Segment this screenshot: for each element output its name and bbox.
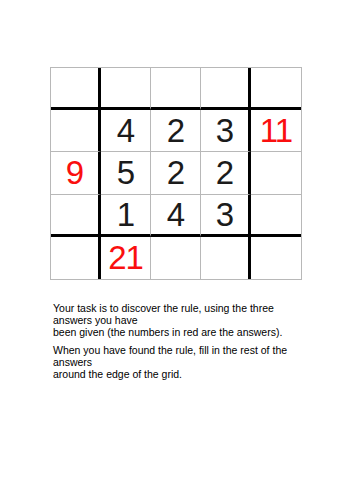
grid-cell-r1c5: [251, 68, 301, 110]
grid-cell-r3c3: 2: [151, 152, 201, 194]
grid-cell-r3c2: 5: [101, 152, 151, 194]
grid-cell-r4c2: 1: [101, 195, 151, 237]
grid-cell-r2c4: 3: [201, 110, 251, 152]
grid-cell-r2c3: 2: [151, 110, 201, 152]
instruction-line-2: been given (the numbers in red are the a…: [53, 326, 282, 338]
instruction-line-3: When you have found the rule, fill in th…: [53, 344, 287, 368]
grid-cell-r2c1: [51, 110, 101, 152]
worksheet-page: 42311952214321 Your task is to discover …: [0, 0, 354, 500]
grid-cell-r2c5: 11: [251, 110, 301, 152]
grid-cell-r3c4: 2: [201, 152, 251, 194]
grid-cell-r1c4: [201, 68, 251, 110]
grid-cell-r4c5: [251, 195, 301, 237]
grid-cell-r5c5: [251, 237, 301, 279]
grid-cell-r5c4: [201, 237, 251, 279]
grid-cell-r3c1: 9: [51, 152, 101, 194]
grid-cell-r5c1: [51, 237, 101, 279]
instructions-paragraph-1: Your task is to discover the rule, using…: [53, 302, 315, 338]
instruction-line-4: around the edge of the grid.: [53, 368, 182, 380]
puzzle-grid: 42311952214321: [50, 67, 302, 280]
instructions-paragraph-2: When you have found the rule, fill in th…: [53, 344, 315, 380]
grid-cell-r1c3: [151, 68, 201, 110]
grid-cell-r4c3: 4: [151, 195, 201, 237]
grid-cell-r1c1: [51, 68, 101, 110]
grid-cell-r3c5: [251, 152, 301, 194]
instruction-line-1: Your task is to discover the rule, using…: [53, 302, 274, 326]
grid-cell-r5c3: [151, 237, 201, 279]
grid-cell-r4c1: [51, 195, 101, 237]
grid-cell-r1c2: [101, 68, 151, 110]
instructions-text: Your task is to discover the rule, using…: [53, 302, 315, 380]
grid-cell-r4c4: 3: [201, 195, 251, 237]
grid-cell-r5c2: 21: [101, 237, 151, 279]
grid-cell-r2c2: 4: [101, 110, 151, 152]
